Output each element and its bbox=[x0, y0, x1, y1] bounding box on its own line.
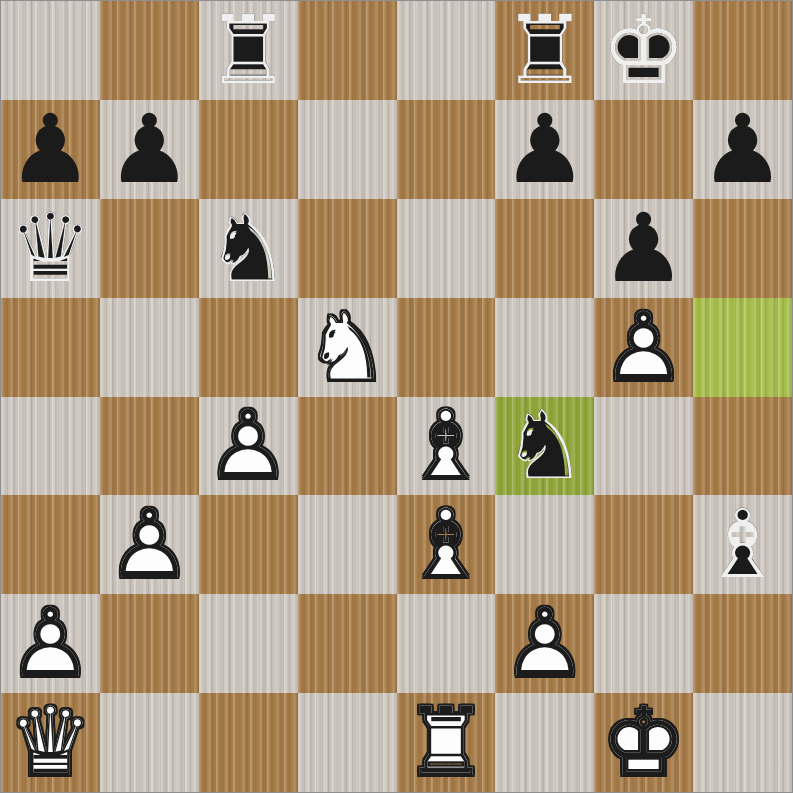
square-a8[interactable] bbox=[1, 1, 100, 100]
piece-outline-glyph: ♗ bbox=[397, 495, 496, 594]
white-pawn-icon[interactable]: ♟♙ bbox=[1, 594, 100, 693]
square-h5[interactable] bbox=[693, 298, 792, 397]
piece-fill-glyph: ♟ bbox=[693, 100, 792, 199]
square-c2[interactable] bbox=[199, 594, 298, 693]
piece-fill-glyph: ♟ bbox=[1, 100, 100, 199]
square-h2[interactable] bbox=[693, 594, 792, 693]
square-e1[interactable]: ♜♖ bbox=[397, 693, 496, 792]
piece-outline-glyph: ♙ bbox=[100, 495, 199, 594]
square-d7[interactable] bbox=[298, 100, 397, 199]
square-g3[interactable] bbox=[594, 495, 693, 594]
square-h6[interactable] bbox=[693, 199, 792, 298]
square-b2[interactable] bbox=[100, 594, 199, 693]
chess-board: ♜♖♜♖♚♔♟♙♟♙♟♙♟♙♛♕♞♘♟♙♞♘♟♙♟♙♝♗♞♘♟♙♝♗♝♗♟♙♟♙… bbox=[0, 0, 793, 793]
piece-fill-glyph: ♚ bbox=[594, 1, 693, 100]
square-e4[interactable]: ♝♗ bbox=[397, 397, 496, 496]
piece-fill-glyph: ♟ bbox=[199, 397, 298, 496]
piece-fill-glyph: ♞ bbox=[298, 298, 397, 397]
piece-outline-glyph: ♕ bbox=[1, 693, 100, 792]
square-g4[interactable] bbox=[594, 397, 693, 496]
piece-fill-glyph: ♛ bbox=[1, 693, 100, 792]
piece-fill-glyph: ♞ bbox=[199, 199, 298, 298]
piece-outline-glyph: ♔ bbox=[594, 693, 693, 792]
square-a2[interactable]: ♟♙ bbox=[1, 594, 100, 693]
square-e2[interactable] bbox=[397, 594, 496, 693]
square-f8[interactable]: ♜♖ bbox=[495, 1, 594, 100]
black-pawn-icon[interactable]: ♟♙ bbox=[594, 199, 693, 298]
square-b8[interactable] bbox=[100, 1, 199, 100]
square-f4[interactable]: ♞♘ bbox=[495, 397, 594, 496]
square-b4[interactable] bbox=[100, 397, 199, 496]
piece-outline-glyph: ♘ bbox=[495, 397, 594, 496]
square-h3[interactable]: ♝♗ bbox=[693, 495, 792, 594]
square-g7[interactable] bbox=[594, 100, 693, 199]
square-b5[interactable] bbox=[100, 298, 199, 397]
black-rook-icon[interactable]: ♜♖ bbox=[199, 1, 298, 100]
square-c6[interactable]: ♞♘ bbox=[199, 199, 298, 298]
piece-outline-glyph: ♘ bbox=[298, 298, 397, 397]
square-h7[interactable]: ♟♙ bbox=[693, 100, 792, 199]
square-a7[interactable]: ♟♙ bbox=[1, 100, 100, 199]
square-e6[interactable] bbox=[397, 199, 496, 298]
piece-outline-glyph: ♘ bbox=[199, 199, 298, 298]
black-king-icon[interactable]: ♚♔ bbox=[594, 1, 693, 100]
black-knight-icon[interactable]: ♞♘ bbox=[199, 199, 298, 298]
square-e3[interactable]: ♝♗ bbox=[397, 495, 496, 594]
square-h1[interactable] bbox=[693, 693, 792, 792]
white-queen-icon[interactable]: ♛♕ bbox=[1, 693, 100, 792]
square-f7[interactable]: ♟♙ bbox=[495, 100, 594, 199]
piece-outline-glyph: ♙ bbox=[1, 594, 100, 693]
square-f1[interactable] bbox=[495, 693, 594, 792]
square-b6[interactable] bbox=[100, 199, 199, 298]
piece-fill-glyph: ♟ bbox=[594, 298, 693, 397]
square-e8[interactable] bbox=[397, 1, 496, 100]
square-h8[interactable] bbox=[693, 1, 792, 100]
square-a3[interactable] bbox=[1, 495, 100, 594]
square-e7[interactable] bbox=[397, 100, 496, 199]
square-b7[interactable]: ♟♙ bbox=[100, 100, 199, 199]
square-a1[interactable]: ♛♕ bbox=[1, 693, 100, 792]
piece-fill-glyph: ♚ bbox=[594, 693, 693, 792]
piece-fill-glyph: ♜ bbox=[397, 693, 496, 792]
black-knight-icon[interactable]: ♞♘ bbox=[495, 397, 594, 496]
piece-outline-glyph: ♙ bbox=[594, 298, 693, 397]
piece-fill-glyph: ♜ bbox=[495, 1, 594, 100]
black-queen-icon[interactable]: ♛♕ bbox=[1, 199, 100, 298]
square-d4[interactable] bbox=[298, 397, 397, 496]
square-c4[interactable]: ♟♙ bbox=[199, 397, 298, 496]
piece-fill-glyph: ♝ bbox=[693, 495, 792, 594]
piece-outline-glyph: ♖ bbox=[495, 1, 594, 100]
square-c8[interactable]: ♜♖ bbox=[199, 1, 298, 100]
square-a6[interactable]: ♛♕ bbox=[1, 199, 100, 298]
piece-fill-glyph: ♟ bbox=[495, 594, 594, 693]
piece-fill-glyph: ♟ bbox=[100, 495, 199, 594]
square-d8[interactable] bbox=[298, 1, 397, 100]
piece-outline-glyph: ♗ bbox=[693, 495, 792, 594]
square-c7[interactable] bbox=[199, 100, 298, 199]
piece-fill-glyph: ♟ bbox=[1, 594, 100, 693]
chess-board-container: ♜♖♜♖♚♔♟♙♟♙♟♙♟♙♛♕♞♘♟♙♞♘♟♙♟♙♝♗♞♘♟♙♝♗♝♗♟♙♟♙… bbox=[0, 0, 793, 793]
piece-outline-glyph: ♖ bbox=[397, 693, 496, 792]
square-d5[interactable]: ♞♘ bbox=[298, 298, 397, 397]
square-f2[interactable]: ♟♙ bbox=[495, 594, 594, 693]
piece-fill-glyph: ♝ bbox=[397, 495, 496, 594]
square-h4[interactable] bbox=[693, 397, 792, 496]
black-bishop-icon[interactable]: ♝♗ bbox=[693, 495, 792, 594]
white-rook-icon[interactable]: ♜♖ bbox=[397, 693, 496, 792]
piece-fill-glyph: ♜ bbox=[199, 1, 298, 100]
square-g1[interactable]: ♚♔ bbox=[594, 693, 693, 792]
square-g6[interactable]: ♟♙ bbox=[594, 199, 693, 298]
black-pawn-icon[interactable]: ♟♙ bbox=[495, 100, 594, 199]
square-f3[interactable] bbox=[495, 495, 594, 594]
piece-fill-glyph: ♟ bbox=[594, 199, 693, 298]
square-d1[interactable] bbox=[298, 693, 397, 792]
square-f6[interactable] bbox=[495, 199, 594, 298]
square-e5[interactable] bbox=[397, 298, 496, 397]
black-pawn-icon[interactable]: ♟♙ bbox=[100, 100, 199, 199]
piece-outline-glyph: ♗ bbox=[397, 397, 496, 496]
square-a5[interactable] bbox=[1, 298, 100, 397]
piece-outline-glyph: ♖ bbox=[199, 1, 298, 100]
white-knight-icon[interactable]: ♞♘ bbox=[298, 298, 397, 397]
piece-fill-glyph: ♞ bbox=[495, 397, 594, 496]
white-pawn-icon[interactable]: ♟♙ bbox=[495, 594, 594, 693]
piece-fill-glyph: ♛ bbox=[1, 199, 100, 298]
square-a4[interactable] bbox=[1, 397, 100, 496]
black-pawn-icon[interactable]: ♟♙ bbox=[693, 100, 792, 199]
white-pawn-icon[interactable]: ♟♙ bbox=[594, 298, 693, 397]
square-d3[interactable] bbox=[298, 495, 397, 594]
square-d2[interactable] bbox=[298, 594, 397, 693]
piece-outline-glyph: ♙ bbox=[199, 397, 298, 496]
square-c5[interactable] bbox=[199, 298, 298, 397]
square-c3[interactable] bbox=[199, 495, 298, 594]
white-pawn-icon[interactable]: ♟♙ bbox=[199, 397, 298, 496]
white-king-icon[interactable]: ♚♔ bbox=[594, 693, 693, 792]
square-g2[interactable] bbox=[594, 594, 693, 693]
black-pawn-icon[interactable]: ♟♙ bbox=[1, 100, 100, 199]
white-bishop-icon[interactable]: ♝♗ bbox=[397, 397, 496, 496]
piece-outline-glyph: ♕ bbox=[1, 199, 100, 298]
piece-fill-glyph: ♟ bbox=[495, 100, 594, 199]
white-pawn-icon[interactable]: ♟♙ bbox=[100, 495, 199, 594]
piece-outline-glyph: ♔ bbox=[594, 1, 693, 100]
square-b3[interactable]: ♟♙ bbox=[100, 495, 199, 594]
piece-fill-glyph: ♝ bbox=[397, 397, 496, 496]
piece-outline-glyph: ♙ bbox=[495, 594, 594, 693]
square-b1[interactable] bbox=[100, 693, 199, 792]
square-g8[interactable]: ♚♔ bbox=[594, 1, 693, 100]
square-f5[interactable] bbox=[495, 298, 594, 397]
square-c1[interactable] bbox=[199, 693, 298, 792]
white-bishop-icon[interactable]: ♝♗ bbox=[397, 495, 496, 594]
black-rook-icon[interactable]: ♜♖ bbox=[495, 1, 594, 100]
square-g5[interactable]: ♟♙ bbox=[594, 298, 693, 397]
piece-fill-glyph: ♟ bbox=[100, 100, 199, 199]
square-d6[interactable] bbox=[298, 199, 397, 298]
